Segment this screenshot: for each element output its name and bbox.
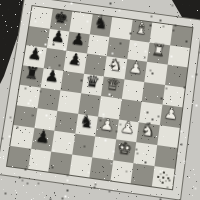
square-f6[interactable]: ♟ bbox=[124, 59, 147, 82]
white-knight[interactable]: ♞ bbox=[108, 56, 124, 73]
square-h3[interactable] bbox=[157, 125, 180, 148]
square-e1[interactable] bbox=[89, 157, 112, 181]
square-h7[interactable] bbox=[167, 45, 190, 68]
square-h6[interactable] bbox=[165, 65, 188, 88]
square-f5[interactable] bbox=[121, 79, 144, 102]
square-h1[interactable] bbox=[151, 166, 174, 190]
square-h4[interactable]: ♟ bbox=[159, 104, 182, 127]
black-pawn[interactable]: ♟ bbox=[70, 31, 86, 48]
square-g1[interactable] bbox=[131, 163, 154, 187]
black-pawn[interactable]: ♟ bbox=[50, 28, 66, 45]
white-king[interactable]: ♚ bbox=[117, 139, 134, 157]
board-logo bbox=[162, 176, 164, 178]
white-pawn[interactable]: ♟ bbox=[99, 116, 116, 134]
square-g3[interactable]: ♞ bbox=[136, 122, 159, 145]
black-king[interactable]: ♚ bbox=[53, 9, 69, 26]
square-f1[interactable] bbox=[110, 160, 133, 184]
black-pawn[interactable]: ♟ bbox=[27, 45, 43, 62]
square-e8[interactable] bbox=[109, 17, 132, 39]
square-h2[interactable] bbox=[154, 145, 177, 168]
white-pawn[interactable]: ♟ bbox=[119, 119, 135, 137]
photo-frame: ♚♞♝♟♟♜♟♟♞♟♜♟♛♛♟♞♟♟♞♟♚ bbox=[0, 0, 200, 200]
black-knight[interactable]: ♞ bbox=[79, 113, 96, 131]
square-f2[interactable]: ♚ bbox=[113, 139, 136, 162]
square-e3[interactable]: ♟ bbox=[95, 116, 118, 139]
white-queen[interactable]: ♛ bbox=[105, 76, 121, 94]
black-pawn[interactable]: ♟ bbox=[67, 51, 83, 68]
square-g2[interactable] bbox=[133, 142, 156, 165]
chess-board: ♚♞♝♟♟♜♟♟♞♟♜♟♛♛♟♞♟♟♞♟♚ bbox=[0, 0, 200, 200]
black-rook[interactable]: ♜ bbox=[24, 65, 41, 82]
square-e5[interactable]: ♛ bbox=[101, 76, 124, 99]
white-pawn[interactable]: ♟ bbox=[128, 59, 144, 76]
white-knight[interactable]: ♞ bbox=[140, 122, 156, 140]
black-pawn[interactable]: ♟ bbox=[35, 128, 52, 146]
square-g7[interactable]: ♜ bbox=[147, 42, 170, 64]
white-pawn[interactable]: ♟ bbox=[163, 105, 179, 123]
square-g5[interactable] bbox=[142, 82, 165, 105]
square-g6[interactable] bbox=[144, 62, 167, 85]
white-rook[interactable]: ♜ bbox=[151, 42, 167, 59]
black-queen[interactable]: ♛ bbox=[84, 73, 100, 91]
square-f8[interactable]: ♝ bbox=[130, 20, 153, 42]
black-knight[interactable]: ♞ bbox=[93, 14, 109, 31]
square-e2[interactable] bbox=[92, 136, 115, 159]
chess-board-grid: ♚♞♝♟♟♜♟♟♞♟♜♟♛♛♟♞♟♟♞♟♚ bbox=[6, 5, 194, 190]
black-pawn[interactable]: ♟ bbox=[44, 68, 60, 85]
square-h8[interactable] bbox=[170, 25, 193, 47]
white-bishop[interactable]: ♝ bbox=[133, 20, 149, 37]
